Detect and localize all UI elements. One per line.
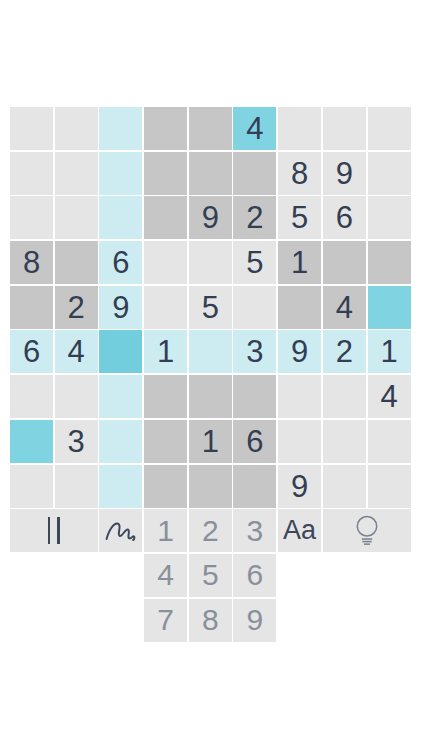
cell-r4c2[interactable]: [55, 241, 98, 284]
cell-r1c4[interactable]: [144, 107, 187, 150]
sudoku-board: 1 2 3 Aa 4 5 6 7 8 9 4899256865129546413…: [10, 107, 411, 642]
cell-r1c3[interactable]: [99, 107, 142, 150]
numpad-7[interactable]: 7: [144, 599, 187, 642]
cell-r6c1[interactable]: 6: [10, 330, 53, 373]
cell-r3c4[interactable]: [144, 196, 187, 239]
cell-r1c7[interactable]: [278, 107, 321, 150]
cell-r7c4[interactable]: [144, 375, 187, 418]
cell-r5c1[interactable]: [10, 286, 53, 329]
cell-r8c7[interactable]: [278, 420, 321, 463]
cell-r3c6[interactable]: 2: [233, 196, 276, 239]
cell-r4c8[interactable]: [323, 241, 366, 284]
cell-r4c1[interactable]: 8: [10, 241, 53, 284]
cell-r9c7[interactable]: 9: [278, 465, 321, 508]
cell-r2c6[interactable]: [233, 152, 276, 195]
hint-button[interactable]: [323, 509, 411, 552]
cell-r9c2[interactable]: [55, 465, 98, 508]
numpad-4[interactable]: 4: [144, 554, 187, 597]
cell-r3c1[interactable]: [10, 196, 53, 239]
cell-r6c3[interactable]: [99, 330, 142, 373]
cell-r2c3[interactable]: [99, 152, 142, 195]
cell-r3c2[interactable]: [55, 196, 98, 239]
cell-r1c8[interactable]: [323, 107, 366, 150]
cell-r3c7[interactable]: 5: [278, 196, 321, 239]
cell-r6c2[interactable]: 4: [55, 330, 98, 373]
pause-icon: [44, 517, 64, 544]
numpad-6[interactable]: 6: [233, 554, 276, 597]
cell-r5c7[interactable]: [278, 286, 321, 329]
cell-r6c4[interactable]: 1: [144, 330, 187, 373]
cell-r8c8[interactable]: [323, 420, 366, 463]
cell-r6c9[interactable]: 1: [368, 330, 411, 373]
cell-r5c6[interactable]: [233, 286, 276, 329]
notes-aa-button[interactable]: Aa: [278, 509, 321, 552]
cell-r1c5[interactable]: [189, 107, 232, 150]
cell-r5c2[interactable]: 2: [55, 286, 98, 329]
cell-r9c1[interactable]: [10, 465, 53, 508]
cell-r8c6[interactable]: 6: [233, 420, 276, 463]
scribble-icon: [103, 516, 139, 546]
cell-r4c3[interactable]: 6: [99, 241, 142, 284]
cell-r3c3[interactable]: [99, 196, 142, 239]
cell-r5c8[interactable]: 4: [323, 286, 366, 329]
numpad-5[interactable]: 5: [189, 554, 232, 597]
cell-r2c5[interactable]: [189, 152, 232, 195]
cell-r7c7[interactable]: [278, 375, 321, 418]
cell-r9c8[interactable]: [323, 465, 366, 508]
cell-r7c6[interactable]: [233, 375, 276, 418]
cell-r5c9[interactable]: [368, 286, 411, 329]
cell-r1c2[interactable]: [55, 107, 98, 150]
cell-r4c4[interactable]: [144, 241, 187, 284]
numpad-8[interactable]: 8: [189, 599, 232, 642]
cell-r3c5[interactable]: 9: [189, 196, 232, 239]
cell-r1c9[interactable]: [368, 107, 411, 150]
cell-r6c5[interactable]: [189, 330, 232, 373]
cell-r2c4[interactable]: [144, 152, 187, 195]
cell-r2c7[interactable]: 8: [278, 152, 321, 195]
numpad-9[interactable]: 9: [233, 599, 276, 642]
pencil-scribble-button[interactable]: [99, 509, 142, 552]
cell-r4c7[interactable]: 1: [278, 241, 321, 284]
cell-r9c3[interactable]: [99, 465, 142, 508]
cell-r7c5[interactable]: [189, 375, 232, 418]
cell-r5c4[interactable]: [144, 286, 187, 329]
cell-r5c5[interactable]: 5: [189, 286, 232, 329]
cell-r7c1[interactable]: [10, 375, 53, 418]
cell-r2c2[interactable]: [55, 152, 98, 195]
numpad-3[interactable]: 3: [233, 509, 276, 552]
numpad-2[interactable]: 2: [189, 509, 232, 552]
cell-r8c2[interactable]: 3: [55, 420, 98, 463]
cell-r3c9[interactable]: [368, 196, 411, 239]
sudoku-screen: 1 2 3 Aa 4 5 6 7 8 9 4899256865129546413…: [0, 0, 422, 750]
cell-r9c9[interactable]: [368, 465, 411, 508]
numpad-1[interactable]: 1: [144, 509, 187, 552]
cell-r2c1[interactable]: [10, 152, 53, 195]
cell-r9c5[interactable]: [189, 465, 232, 508]
cell-r6c6[interactable]: 3: [233, 330, 276, 373]
cell-r7c3[interactable]: [99, 375, 142, 418]
pause-button[interactable]: [10, 509, 98, 552]
cell-r5c3[interactable]: 9: [99, 286, 142, 329]
cell-r2c9[interactable]: [368, 152, 411, 195]
cell-r2c8[interactable]: 9: [323, 152, 366, 195]
cell-r4c5[interactable]: [189, 241, 232, 284]
cell-r7c9[interactable]: 4: [368, 375, 411, 418]
cell-r8c3[interactable]: [99, 420, 142, 463]
cell-r8c1[interactable]: [10, 420, 53, 463]
cell-r6c8[interactable]: 2: [323, 330, 366, 373]
cell-r8c4[interactable]: [144, 420, 187, 463]
cell-r1c6[interactable]: 4: [233, 107, 276, 150]
cell-r6c7[interactable]: 9: [278, 330, 321, 373]
cell-r1c1[interactable]: [10, 107, 53, 150]
cell-r3c8[interactable]: 6: [323, 196, 366, 239]
cell-r4c6[interactable]: 5: [233, 241, 276, 284]
cell-r9c6[interactable]: [233, 465, 276, 508]
lightbulb-icon: [350, 512, 384, 550]
cell-r9c4[interactable]: [144, 465, 187, 508]
cell-r7c2[interactable]: [55, 375, 98, 418]
cell-r4c9[interactable]: [368, 241, 411, 284]
cell-r8c5[interactable]: 1: [189, 420, 232, 463]
cell-r7c8[interactable]: [323, 375, 366, 418]
cell-r8c9[interactable]: [368, 420, 411, 463]
